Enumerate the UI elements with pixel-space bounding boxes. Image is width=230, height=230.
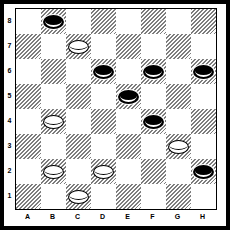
square-e8[interactable] — [116, 9, 141, 34]
black-man-h6[interactable] — [193, 65, 214, 79]
square-d5[interactable] — [91, 84, 116, 109]
square-f3[interactable] — [141, 134, 166, 159]
white-man-d2[interactable] — [93, 165, 114, 179]
square-c2[interactable] — [66, 159, 91, 184]
square-g5[interactable] — [166, 84, 191, 109]
white-man-b2[interactable] — [43, 165, 64, 179]
file-label-c: C — [65, 209, 90, 223]
square-b2[interactable] — [41, 159, 66, 184]
square-e3[interactable] — [116, 134, 141, 159]
square-f1[interactable] — [141, 184, 166, 209]
file-label-f: F — [140, 209, 165, 223]
square-c8[interactable] — [66, 9, 91, 34]
file-label-a: A — [15, 209, 40, 223]
rank-label-3: 3 — [4, 133, 15, 158]
square-b3[interactable] — [41, 134, 66, 159]
file-label-b: B — [40, 209, 65, 223]
rank-label-6: 6 — [4, 58, 15, 83]
square-a2[interactable] — [16, 159, 41, 184]
square-b4[interactable] — [41, 109, 66, 134]
square-d4[interactable] — [91, 109, 116, 134]
square-a5[interactable] — [16, 84, 41, 109]
square-g3[interactable] — [166, 134, 191, 159]
square-f6[interactable] — [141, 59, 166, 84]
square-e1[interactable] — [116, 184, 141, 209]
square-b1[interactable] — [41, 184, 66, 209]
square-a8[interactable] — [16, 9, 41, 34]
square-c3[interactable] — [66, 134, 91, 159]
square-a6[interactable] — [16, 59, 41, 84]
square-c6[interactable] — [66, 59, 91, 84]
rank-label-4: 4 — [4, 108, 15, 133]
checkers-board — [15, 8, 217, 210]
square-a3[interactable] — [16, 134, 41, 159]
square-a7[interactable] — [16, 34, 41, 59]
square-g6[interactable] — [166, 59, 191, 84]
white-man-c7[interactable] — [68, 40, 89, 54]
square-d1[interactable] — [91, 184, 116, 209]
square-h2[interactable] — [191, 159, 216, 184]
square-c7[interactable] — [66, 34, 91, 59]
white-man-b4[interactable] — [43, 115, 64, 129]
square-e2[interactable] — [116, 159, 141, 184]
square-a4[interactable] — [16, 109, 41, 134]
square-c5[interactable] — [66, 84, 91, 109]
square-g7[interactable] — [166, 34, 191, 59]
white-man-g3[interactable] — [168, 140, 189, 154]
rank-label-2: 2 — [4, 158, 15, 183]
square-g4[interactable] — [166, 109, 191, 134]
square-g2[interactable] — [166, 159, 191, 184]
black-man-b8[interactable] — [43, 15, 64, 29]
square-d6[interactable] — [91, 59, 116, 84]
rank-label-8: 8 — [4, 8, 15, 33]
square-f2[interactable] — [141, 159, 166, 184]
square-e4[interactable] — [116, 109, 141, 134]
square-f4[interactable] — [141, 109, 166, 134]
board-margin: 87654321 ABCDEFGH — [4, 4, 226, 226]
square-e6[interactable] — [116, 59, 141, 84]
file-label-e: E — [115, 209, 140, 223]
square-h7[interactable] — [191, 34, 216, 59]
square-h3[interactable] — [191, 134, 216, 159]
square-b7[interactable] — [41, 34, 66, 59]
file-label-d: D — [90, 209, 115, 223]
file-label-h: H — [190, 209, 215, 223]
square-h5[interactable] — [191, 84, 216, 109]
square-h6[interactable] — [191, 59, 216, 84]
square-h8[interactable] — [191, 9, 216, 34]
black-man-f6[interactable] — [143, 65, 164, 79]
rank-label-1: 1 — [4, 183, 15, 208]
black-man-d6[interactable] — [93, 65, 114, 79]
rank-labels: 87654321 — [4, 8, 15, 208]
square-f5[interactable] — [141, 84, 166, 109]
checkers-diagram: 87654321 ABCDEFGH — [0, 0, 230, 230]
white-man-c1[interactable] — [68, 190, 89, 204]
square-g8[interactable] — [166, 9, 191, 34]
square-d3[interactable] — [91, 134, 116, 159]
square-b5[interactable] — [41, 84, 66, 109]
black-man-h2[interactable] — [193, 165, 214, 179]
file-labels: ABCDEFGH — [15, 209, 215, 223]
square-f7[interactable] — [141, 34, 166, 59]
square-c4[interactable] — [66, 109, 91, 134]
black-man-e5[interactable] — [118, 90, 139, 104]
square-d8[interactable] — [91, 9, 116, 34]
square-c1[interactable] — [66, 184, 91, 209]
rank-label-7: 7 — [4, 33, 15, 58]
rank-label-5: 5 — [4, 83, 15, 108]
file-label-g: G — [165, 209, 190, 223]
square-a1[interactable] — [16, 184, 41, 209]
square-b8[interactable] — [41, 9, 66, 34]
square-d2[interactable] — [91, 159, 116, 184]
black-man-f4[interactable] — [143, 115, 164, 129]
square-e5[interactable] — [116, 84, 141, 109]
square-g1[interactable] — [166, 184, 191, 209]
square-d7[interactable] — [91, 34, 116, 59]
square-e7[interactable] — [116, 34, 141, 59]
square-h1[interactable] — [191, 184, 216, 209]
square-h4[interactable] — [191, 109, 216, 134]
square-f8[interactable] — [141, 9, 166, 34]
square-b6[interactable] — [41, 59, 66, 84]
